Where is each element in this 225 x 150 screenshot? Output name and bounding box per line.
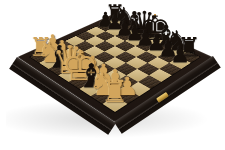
piece-black-bishop-c8: ♝ xyxy=(122,8,145,34)
piece-white-bishop-f1: ♝ xyxy=(77,60,106,93)
piece-white-pawn-b2: ♟ xyxy=(52,38,72,60)
piece-black-pawn-f7: ♟ xyxy=(147,32,166,54)
piece-black-rook-h8: ♜ xyxy=(178,34,201,60)
piece-white-rook-h1: ♜ xyxy=(101,77,128,108)
piece-white-pawn-e2: ♟ xyxy=(82,55,103,79)
piece-black-pawn-h7: ♟ xyxy=(170,43,190,65)
piece-white-knight-b1: ♞ xyxy=(37,38,63,67)
piece-black-pawn-c7: ♟ xyxy=(116,18,134,38)
pieces-layer: ♜♞♝♛♚♝♞♜♟♟♟♟♟♟♟♟♟♟♟♟♟♟♟♟♜♞♝♛♚♝♞♜ xyxy=(0,0,225,150)
piece-black-pawn-b7: ♟ xyxy=(106,14,124,34)
piece-black-knight-g8: ♞ xyxy=(165,27,190,54)
piece-black-king-e8: ♚ xyxy=(139,9,171,45)
piece-black-pawn-d7: ♟ xyxy=(126,23,145,44)
piece-white-bishop-c1: ♝ xyxy=(46,42,73,72)
piece-black-pawn-a7: ♟ xyxy=(97,10,114,30)
piece-white-pawn-h2: ♟ xyxy=(116,74,139,99)
piece-black-rook-a8: ♜ xyxy=(105,2,125,25)
piece-white-pawn-f2: ♟ xyxy=(93,61,115,85)
piece-white-queen-d1: ♛ xyxy=(52,41,87,79)
piece-white-rook-a1: ♜ xyxy=(29,34,52,60)
piece-black-queen-d8: ♛ xyxy=(129,7,159,40)
piece-white-pawn-a2: ♟ xyxy=(43,32,62,54)
chess-set-photo: ♜♞♝♛♚♝♞♜♟♟♟♟♟♟♟♟♟♟♟♟♟♟♟♟♜♞♝♛♚♝♞♜ xyxy=(0,0,225,150)
piece-white-pawn-g2: ♟ xyxy=(104,67,126,92)
piece-black-knight-b8: ♞ xyxy=(113,5,135,30)
piece-black-pawn-e7: ♟ xyxy=(136,28,155,49)
piece-white-pawn-c2: ♟ xyxy=(62,43,82,65)
piece-white-pawn-d2: ♟ xyxy=(71,49,92,72)
piece-black-bishop-f8: ♝ xyxy=(153,22,178,50)
piece-white-king-e1: ♚ xyxy=(62,45,99,86)
piece-black-pawn-g7: ♟ xyxy=(158,38,178,60)
piece-white-knight-g1: ♞ xyxy=(88,68,117,100)
